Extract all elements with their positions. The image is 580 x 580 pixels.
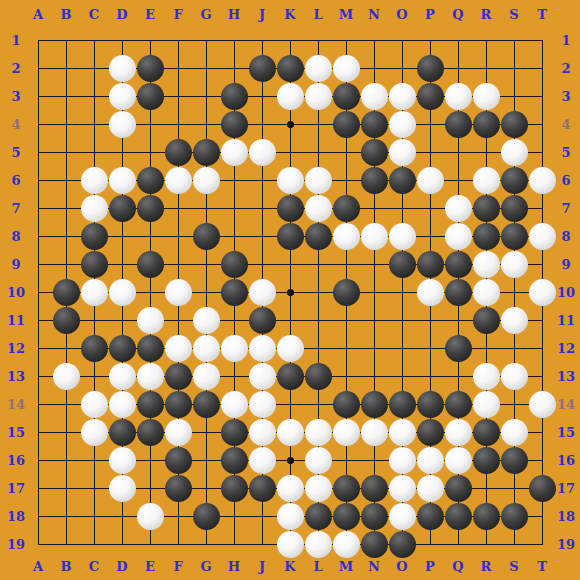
- stone-black-R11: [473, 307, 500, 334]
- stone-black-K13: [277, 363, 304, 390]
- stone-black-F5: [165, 139, 192, 166]
- stone-black-H17: [221, 475, 248, 502]
- stone-black-R16: [473, 447, 500, 474]
- stone-black-E6: [137, 167, 164, 194]
- col-label-top-L: L: [313, 7, 322, 22]
- stone-white-M8: [333, 223, 360, 250]
- stone-white-D13: [109, 363, 136, 390]
- stone-white-T6: [529, 167, 556, 194]
- col-label-bottom-P: P: [425, 559, 435, 574]
- stone-white-P17: [417, 475, 444, 502]
- go-board[interactable]: AABBCCDDEEFFGGHHJJKKLLMMNNOOPPQQRRSSTT11…: [0, 0, 580, 580]
- row-label-right-7: 7: [561, 201, 570, 216]
- stone-black-O14: [389, 391, 416, 418]
- col-label-bottom-K: K: [284, 559, 295, 574]
- stone-black-K8: [277, 223, 304, 250]
- stone-white-O18: [389, 503, 416, 530]
- stone-black-T17: [529, 475, 556, 502]
- row-label-left-8: 8: [11, 229, 20, 244]
- stone-white-G11: [193, 307, 220, 334]
- stone-white-M15: [333, 419, 360, 446]
- stone-white-C14: [81, 391, 108, 418]
- row-label-right-18: 18: [557, 509, 575, 524]
- col-label-top-J: J: [259, 7, 265, 22]
- stone-white-C6: [81, 167, 108, 194]
- stone-black-K2: [277, 55, 304, 82]
- stone-white-E11: [137, 307, 164, 334]
- stone-white-J13: [249, 363, 276, 390]
- stone-white-F10: [165, 279, 192, 306]
- stone-white-J14: [249, 391, 276, 418]
- row-label-left-5: 5: [11, 145, 20, 160]
- stone-black-P9: [417, 251, 444, 278]
- row-label-right-12: 12: [557, 341, 575, 356]
- row-label-left-14: 14: [7, 397, 25, 412]
- stone-white-J5: [249, 139, 276, 166]
- stone-white-J12: [249, 335, 276, 362]
- stone-white-E13: [137, 363, 164, 390]
- stone-white-F15: [165, 419, 192, 446]
- stone-black-H3: [221, 83, 248, 110]
- stone-black-F17: [165, 475, 192, 502]
- stone-black-C12: [81, 335, 108, 362]
- stone-black-D7: [109, 195, 136, 222]
- stone-white-G13: [193, 363, 220, 390]
- stone-white-R6: [473, 167, 500, 194]
- star-point-K10: [287, 289, 294, 296]
- stone-white-O8: [389, 223, 416, 250]
- stone-white-N8: [361, 223, 388, 250]
- row-label-left-3: 3: [11, 89, 20, 104]
- stone-white-H5: [221, 139, 248, 166]
- stone-white-D2: [109, 55, 136, 82]
- stone-white-S5: [501, 139, 528, 166]
- stone-white-K3: [277, 83, 304, 110]
- stone-black-R4: [473, 111, 500, 138]
- row-label-right-19: 19: [557, 537, 575, 552]
- row-label-right-16: 16: [557, 453, 575, 468]
- row-label-right-13: 13: [557, 369, 575, 384]
- stone-white-D14: [109, 391, 136, 418]
- stone-white-T8: [529, 223, 556, 250]
- stone-white-O3: [389, 83, 416, 110]
- stone-black-M18: [333, 503, 360, 530]
- stone-white-C10: [81, 279, 108, 306]
- stone-black-P14: [417, 391, 444, 418]
- col-label-top-O: O: [396, 7, 407, 22]
- stone-black-B11: [53, 307, 80, 334]
- stone-black-O19: [389, 531, 416, 558]
- stone-white-M2: [333, 55, 360, 82]
- col-label-bottom-Q: Q: [452, 559, 463, 574]
- row-label-right-11: 11: [557, 313, 575, 328]
- stone-white-L3: [305, 83, 332, 110]
- stone-black-F13: [165, 363, 192, 390]
- stone-white-Q7: [445, 195, 472, 222]
- stone-black-P18: [417, 503, 444, 530]
- col-label-top-G: G: [200, 7, 211, 22]
- stone-white-D3: [109, 83, 136, 110]
- row-label-left-19: 19: [7, 537, 25, 552]
- stone-black-H10: [221, 279, 248, 306]
- row-label-right-3: 3: [561, 89, 570, 104]
- stone-black-R15: [473, 419, 500, 446]
- col-label-bottom-R: R: [481, 559, 492, 574]
- col-label-bottom-B: B: [61, 559, 72, 574]
- row-label-right-2: 2: [561, 61, 570, 76]
- stone-black-S4: [501, 111, 528, 138]
- row-label-left-4: 4: [11, 117, 20, 132]
- stone-white-M19: [333, 531, 360, 558]
- stone-black-J11: [249, 307, 276, 334]
- col-label-bottom-N: N: [368, 559, 380, 574]
- stone-white-N3: [361, 83, 388, 110]
- stone-black-P2: [417, 55, 444, 82]
- stone-white-D4: [109, 111, 136, 138]
- stone-black-S6: [501, 167, 528, 194]
- stone-white-Q3: [445, 83, 472, 110]
- stone-white-T14: [529, 391, 556, 418]
- col-label-bottom-O: O: [396, 559, 407, 574]
- row-label-right-4: 4: [561, 117, 570, 132]
- stone-black-H9: [221, 251, 248, 278]
- col-label-top-C: C: [89, 7, 99, 22]
- col-label-top-T: T: [537, 7, 547, 22]
- row-label-right-5: 5: [561, 145, 570, 160]
- stone-black-H16: [221, 447, 248, 474]
- row-label-left-15: 15: [7, 425, 25, 440]
- stone-white-L15: [305, 419, 332, 446]
- row-label-right-10: 10: [557, 285, 575, 300]
- stone-black-N6: [361, 167, 388, 194]
- col-label-bottom-C: C: [89, 559, 99, 574]
- stone-black-Q12: [445, 335, 472, 362]
- stone-black-O9: [389, 251, 416, 278]
- stone-black-B10: [53, 279, 80, 306]
- stone-black-J17: [249, 475, 276, 502]
- stone-white-J16: [249, 447, 276, 474]
- stone-white-O5: [389, 139, 416, 166]
- col-label-top-B: B: [61, 7, 72, 22]
- col-label-bottom-E: E: [145, 559, 155, 574]
- stone-black-Q14: [445, 391, 472, 418]
- stone-white-L16: [305, 447, 332, 474]
- stone-black-L8: [305, 223, 332, 250]
- stone-black-Q18: [445, 503, 472, 530]
- col-label-top-H: H: [228, 7, 240, 22]
- stone-black-D12: [109, 335, 136, 362]
- stone-white-R9: [473, 251, 500, 278]
- stone-white-C7: [81, 195, 108, 222]
- col-label-bottom-A: A: [33, 559, 43, 574]
- stone-black-E14: [137, 391, 164, 418]
- stone-black-P3: [417, 83, 444, 110]
- row-label-left-17: 17: [7, 481, 25, 496]
- stone-black-Q4: [445, 111, 472, 138]
- stone-black-F14: [165, 391, 192, 418]
- col-label-top-D: D: [116, 7, 127, 22]
- row-label-left-13: 13: [7, 369, 25, 384]
- stone-black-M7: [333, 195, 360, 222]
- stone-black-S16: [501, 447, 528, 474]
- stone-white-K18: [277, 503, 304, 530]
- col-label-bottom-G: G: [200, 559, 211, 574]
- row-label-left-2: 2: [11, 61, 20, 76]
- col-label-top-R: R: [481, 7, 492, 22]
- stone-black-G14: [193, 391, 220, 418]
- stone-white-B13: [53, 363, 80, 390]
- stone-white-L19: [305, 531, 332, 558]
- stone-black-M4: [333, 111, 360, 138]
- row-label-left-7: 7: [11, 201, 20, 216]
- stone-black-F16: [165, 447, 192, 474]
- stone-black-S18: [501, 503, 528, 530]
- stone-black-L18: [305, 503, 332, 530]
- stone-black-Q17: [445, 475, 472, 502]
- stone-white-O17: [389, 475, 416, 502]
- stone-white-O15: [389, 419, 416, 446]
- stone-white-R13: [473, 363, 500, 390]
- stone-white-K17: [277, 475, 304, 502]
- row-label-left-1: 1: [11, 33, 20, 48]
- stone-white-R3: [473, 83, 500, 110]
- col-label-top-A: A: [33, 7, 43, 22]
- col-label-bottom-T: T: [537, 559, 547, 574]
- col-label-top-S: S: [509, 7, 518, 22]
- stone-white-E18: [137, 503, 164, 530]
- stone-black-M17: [333, 475, 360, 502]
- col-label-top-K: K: [284, 7, 295, 22]
- stone-black-E3: [137, 83, 164, 110]
- stone-black-N4: [361, 111, 388, 138]
- stone-white-K6: [277, 167, 304, 194]
- stone-white-H12: [221, 335, 248, 362]
- stone-white-S15: [501, 419, 528, 446]
- col-label-bottom-H: H: [228, 559, 240, 574]
- stone-black-J2: [249, 55, 276, 82]
- stone-black-E12: [137, 335, 164, 362]
- col-label-bottom-F: F: [173, 559, 182, 574]
- stone-white-N15: [361, 419, 388, 446]
- stone-white-K19: [277, 531, 304, 558]
- stone-white-T10: [529, 279, 556, 306]
- star-point-K16: [287, 457, 294, 464]
- stone-black-E9: [137, 251, 164, 278]
- row-label-right-1: 1: [561, 33, 570, 48]
- stone-white-D6: [109, 167, 136, 194]
- stone-white-Q8: [445, 223, 472, 250]
- row-label-right-8: 8: [561, 229, 570, 244]
- col-label-top-N: N: [368, 7, 380, 22]
- stone-black-N19: [361, 531, 388, 558]
- stone-white-O4: [389, 111, 416, 138]
- stone-black-R18: [473, 503, 500, 530]
- stone-black-D15: [109, 419, 136, 446]
- stone-white-O16: [389, 447, 416, 474]
- stone-white-K12: [277, 335, 304, 362]
- stone-black-Q10: [445, 279, 472, 306]
- stone-white-L17: [305, 475, 332, 502]
- stone-white-D16: [109, 447, 136, 474]
- row-label-right-15: 15: [557, 425, 575, 440]
- stone-black-E2: [137, 55, 164, 82]
- stone-black-H4: [221, 111, 248, 138]
- stone-white-D17: [109, 475, 136, 502]
- stone-white-S11: [501, 307, 528, 334]
- stone-black-C8: [81, 223, 108, 250]
- stone-black-M10: [333, 279, 360, 306]
- stone-white-S13: [501, 363, 528, 390]
- stone-black-R7: [473, 195, 500, 222]
- stone-white-C15: [81, 419, 108, 446]
- col-label-bottom-D: D: [116, 559, 127, 574]
- row-label-left-6: 6: [11, 173, 20, 188]
- stone-black-G5: [193, 139, 220, 166]
- stone-black-Q9: [445, 251, 472, 278]
- stone-white-S9: [501, 251, 528, 278]
- stone-white-J10: [249, 279, 276, 306]
- stone-black-E7: [137, 195, 164, 222]
- stone-black-N18: [361, 503, 388, 530]
- stone-black-N17: [361, 475, 388, 502]
- row-label-left-9: 9: [11, 257, 20, 272]
- star-point-K4: [287, 121, 294, 128]
- col-label-top-F: F: [173, 7, 182, 22]
- stone-white-L7: [305, 195, 332, 222]
- row-label-right-9: 9: [561, 257, 570, 272]
- col-label-top-P: P: [425, 7, 435, 22]
- row-label-left-12: 12: [7, 341, 25, 356]
- stone-white-L2: [305, 55, 332, 82]
- stone-white-P16: [417, 447, 444, 474]
- stone-black-G8: [193, 223, 220, 250]
- row-label-right-17: 17: [557, 481, 575, 496]
- stone-white-Q15: [445, 419, 472, 446]
- stone-black-S7: [501, 195, 528, 222]
- stone-black-C9: [81, 251, 108, 278]
- stone-white-P6: [417, 167, 444, 194]
- stone-white-F6: [165, 167, 192, 194]
- stone-black-M3: [333, 83, 360, 110]
- stone-black-E15: [137, 419, 164, 446]
- stone-black-H15: [221, 419, 248, 446]
- stone-black-L13: [305, 363, 332, 390]
- stone-black-N14: [361, 391, 388, 418]
- stone-black-P15: [417, 419, 444, 446]
- stone-white-K15: [277, 419, 304, 446]
- stone-black-R8: [473, 223, 500, 250]
- stone-white-F12: [165, 335, 192, 362]
- col-label-bottom-J: J: [259, 559, 265, 574]
- row-label-left-18: 18: [7, 509, 25, 524]
- stone-white-H14: [221, 391, 248, 418]
- stone-black-N5: [361, 139, 388, 166]
- stone-black-K7: [277, 195, 304, 222]
- stone-white-R14: [473, 391, 500, 418]
- col-label-top-Q: Q: [452, 7, 463, 22]
- stone-white-L6: [305, 167, 332, 194]
- stone-white-P10: [417, 279, 444, 306]
- stone-white-R10: [473, 279, 500, 306]
- stone-black-O6: [389, 167, 416, 194]
- col-label-bottom-L: L: [313, 559, 322, 574]
- stone-black-G18: [193, 503, 220, 530]
- stone-white-Q16: [445, 447, 472, 474]
- stone-white-G12: [193, 335, 220, 362]
- row-label-left-16: 16: [7, 453, 25, 468]
- col-label-bottom-M: M: [339, 559, 353, 574]
- stone-white-D10: [109, 279, 136, 306]
- stone-white-G6: [193, 167, 220, 194]
- col-label-top-E: E: [145, 7, 155, 22]
- stone-black-S8: [501, 223, 528, 250]
- row-label-left-10: 10: [7, 285, 25, 300]
- row-label-right-14: 14: [557, 397, 575, 412]
- row-label-right-6: 6: [561, 173, 570, 188]
- row-label-left-11: 11: [7, 313, 25, 328]
- stone-black-M14: [333, 391, 360, 418]
- stone-white-J15: [249, 419, 276, 446]
- col-label-top-M: M: [339, 7, 353, 22]
- col-label-bottom-S: S: [509, 559, 518, 574]
